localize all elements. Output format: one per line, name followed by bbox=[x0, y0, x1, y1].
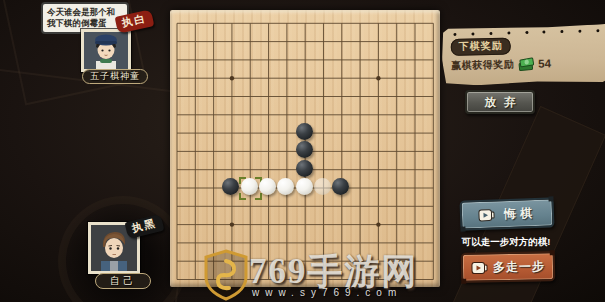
site-logo-shield-icon bbox=[202, 249, 250, 301]
extra-move-button-label: 多走一步 bbox=[493, 258, 545, 276]
undo-button-label: 悔棋 bbox=[500, 204, 537, 222]
black-stone bbox=[296, 160, 313, 177]
opponent-avatar bbox=[81, 29, 131, 72]
reward-title-badge: 下棋奖励 bbox=[451, 37, 511, 56]
opponent-avatar-illustration bbox=[84, 32, 128, 69]
gomoku-board[interactable] bbox=[170, 10, 440, 287]
player-name-plate: 自己 bbox=[95, 273, 151, 289]
button-corner-tab bbox=[550, 250, 555, 255]
extra-move-tip: 可以走一步对方的棋! bbox=[446, 236, 566, 249]
game-screen: 769手游网 www.sy769.com 今天谁会是那个和 我下棋的倒霉蛋 执白… bbox=[0, 0, 605, 302]
stitch-holes bbox=[453, 29, 599, 36]
button-corner-tab bbox=[548, 196, 553, 201]
extra-move-button[interactable]: 多走一步 bbox=[461, 251, 556, 283]
reward-description: 赢棋获得奖励 bbox=[451, 57, 514, 73]
white-stone bbox=[241, 178, 258, 195]
reward-amount: 54 bbox=[538, 57, 551, 69]
button-corner-tab bbox=[460, 226, 465, 231]
opponent-name-plate: 五子棋神童 bbox=[82, 69, 148, 84]
video-ad-icon bbox=[478, 208, 495, 222]
black-stone bbox=[296, 123, 313, 140]
button-corner-tab bbox=[461, 279, 466, 284]
white-stone-ghost bbox=[314, 178, 331, 195]
white-stone bbox=[259, 178, 276, 195]
give-up-button[interactable]: 放弃 bbox=[465, 90, 535, 114]
video-ad-icon bbox=[471, 261, 488, 274]
money-icon bbox=[517, 57, 535, 71]
speech-line-2: 我下棋的倒霉蛋 bbox=[47, 18, 123, 29]
speech-line-1: 今天谁会是那个和 bbox=[47, 7, 123, 18]
black-stone bbox=[296, 141, 313, 158]
watermark-url-text: www.sy769.com bbox=[252, 287, 402, 298]
white-stone bbox=[296, 178, 313, 195]
reward-note-paper: 下棋奖励 赢棋获得奖励 54 bbox=[441, 24, 605, 86]
undo-move-button[interactable]: 悔棋 bbox=[460, 197, 555, 230]
